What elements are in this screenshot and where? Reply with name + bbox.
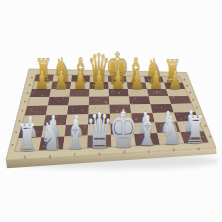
- marble-speckle: [186, 97, 187, 98]
- piece-silver-bishop-f1: ♝: [64, 110, 87, 158]
- piece-gold-pawn-b7: ♟: [149, 65, 163, 95]
- border-motif-dot: [183, 79, 185, 81]
- border-motif-dot: [24, 100, 26, 102]
- marble-speckle: [42, 95, 44, 97]
- marble-speckle: [63, 98, 64, 99]
- piece-gold-pawn-d7: ♟: [111, 65, 125, 95]
- piece-gold-pawn-a7: ♟: [168, 65, 182, 95]
- border-motif-dot: [27, 92, 29, 94]
- chess-board-photo: hgfedcba♜♞♝♛♚♝♞♜♟♟♟♟♟♟♟♟♟♟♟♟♟♟♟♟♜♞♝♛♚♝♞♜: [0, 0, 222, 222]
- square-h5: [27, 97, 49, 106]
- piece-gold-pawn-h7: ♟: [35, 65, 49, 95]
- border-motif-dot: [186, 85, 188, 87]
- piece-silver-king-d1: ♚: [109, 99, 138, 159]
- border-motif-dot: [31, 77, 33, 79]
- piece-gold-pawn-c7: ♟: [130, 65, 144, 95]
- marble-speckle: [62, 100, 63, 101]
- square-b5: [149, 96, 171, 104]
- marble-speckle: [42, 98, 43, 99]
- marble-speckle: [172, 96, 174, 98]
- border-motif-dot: [209, 136, 211, 138]
- border-motif-dot: [189, 92, 191, 94]
- piece-silver-bishop-c1: ♝: [136, 107, 159, 155]
- marble-speckle: [33, 93, 34, 94]
- piece-silver-knight-b1: ♞: [160, 106, 183, 154]
- border-motif-dot: [192, 99, 194, 101]
- marble-speckle: [158, 102, 159, 103]
- marble-speckle: [71, 102, 72, 103]
- marble-speckle: [186, 100, 187, 101]
- piece-gold-pawn-f7: ♟: [73, 65, 87, 95]
- piece-silver-knight-g1: ♞: [40, 111, 63, 159]
- marble-speckle: [82, 102, 83, 103]
- piece-gold-pawn-e7: ♟: [92, 65, 106, 95]
- piece-silver-rook-h1: ♜: [17, 114, 38, 160]
- piece-silver-rook-a1: ♜: [185, 107, 206, 153]
- marble-speckle: [97, 99, 99, 101]
- marble-speckle: [94, 99, 95, 100]
- product-photo-chess-set: hgfedcba♜♞♝♛♚♝♞♜♟♟♟♟♟♟♟♟♟♟♟♟♟♟♟♟♜♞♝♛♚♝♞♜: [0, 0, 222, 222]
- border-motif-dot: [11, 144, 13, 146]
- marble-speckle: [55, 97, 56, 98]
- marble-speckle: [155, 101, 156, 102]
- square-a5: [169, 96, 192, 104]
- marble-speckle: [30, 108, 31, 109]
- border-motif-dot: [29, 84, 31, 86]
- marble-speckle: [58, 100, 59, 101]
- marble-speckle: [42, 102, 43, 103]
- marble-speckle: [171, 98, 172, 99]
- piece-gold-pawn-g7: ♟: [54, 65, 68, 95]
